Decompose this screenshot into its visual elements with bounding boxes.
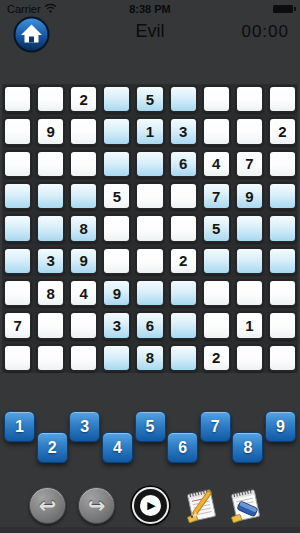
- cell-r5c7[interactable]: 5: [202, 214, 231, 242]
- cell-r2c1[interactable]: [3, 117, 32, 145]
- numkey-2[interactable]: 2: [37, 432, 68, 463]
- cell-r7c4[interactable]: 9: [102, 279, 131, 307]
- cell-r5c8[interactable]: [235, 214, 264, 242]
- cell-r5c6[interactable]: [169, 214, 198, 242]
- cell-r2c3[interactable]: [69, 117, 98, 145]
- cell-r2c6[interactable]: 3: [169, 117, 198, 145]
- numkey-4[interactable]: 4: [102, 432, 133, 463]
- cell-r1c6[interactable]: [169, 85, 198, 113]
- erase-notes-button[interactable]: [225, 485, 266, 529]
- play-pause-button[interactable]: ▶: [132, 487, 169, 524]
- cell-r1c7[interactable]: [202, 85, 231, 113]
- cell-r8c7[interactable]: [202, 311, 231, 339]
- status-time: 8:38 PM: [0, 3, 300, 15]
- cell-r8c6[interactable]: [169, 311, 198, 339]
- sudoku-board: 25913264757985392849736182: [2, 84, 298, 373]
- cell-r1c8[interactable]: [235, 85, 264, 113]
- sudoku-app: Carrier 8:38 PM: [0, 0, 300, 533]
- cell-r4c8[interactable]: 9: [235, 182, 264, 210]
- number-pad: 123456789: [4, 411, 296, 466]
- cell-r7c5[interactable]: [135, 279, 164, 307]
- cell-r7c9[interactable]: [268, 279, 297, 307]
- pencil-notepad-icon: [181, 485, 222, 526]
- cell-r2c5[interactable]: 1: [135, 117, 164, 145]
- cell-r6c7[interactable]: [202, 247, 231, 275]
- cell-r5c1[interactable]: [3, 214, 32, 242]
- cell-r9c3[interactable]: [69, 344, 98, 372]
- cell-r3c4[interactable]: [102, 150, 131, 178]
- cell-r8c1[interactable]: 7: [3, 311, 32, 339]
- cell-r5c4[interactable]: [102, 214, 131, 242]
- numkey-5[interactable]: 5: [135, 411, 166, 442]
- cell-r7c7[interactable]: [202, 279, 231, 307]
- cell-r3c7[interactable]: 4: [202, 150, 231, 178]
- cell-r3c6[interactable]: 6: [169, 150, 198, 178]
- cell-r9c2[interactable]: [36, 344, 65, 372]
- cell-r9c4[interactable]: [102, 344, 131, 372]
- cell-r3c2[interactable]: [36, 150, 65, 178]
- cell-r4c7[interactable]: 7: [202, 182, 231, 210]
- cell-r9c6[interactable]: [169, 344, 198, 372]
- cell-r8c8[interactable]: 1: [235, 311, 264, 339]
- numkey-7[interactable]: 7: [200, 411, 231, 442]
- cell-r9c9[interactable]: [268, 344, 297, 372]
- cell-r5c2[interactable]: [36, 214, 65, 242]
- numkey-3[interactable]: 3: [69, 411, 100, 442]
- cell-r8c5[interactable]: 6: [135, 311, 164, 339]
- battery-icon: [273, 5, 293, 13]
- cell-r2c4[interactable]: [102, 117, 131, 145]
- cell-r5c5[interactable]: [135, 214, 164, 242]
- undo-button[interactable]: ↩: [29, 487, 66, 524]
- cell-r2c9[interactable]: 2: [268, 117, 297, 145]
- cell-r6c2[interactable]: 3: [36, 247, 65, 275]
- cell-r6c6[interactable]: 2: [169, 247, 198, 275]
- cell-r4c3[interactable]: [69, 182, 98, 210]
- cell-r7c2[interactable]: 8: [36, 279, 65, 307]
- cell-r3c5[interactable]: [135, 150, 164, 178]
- redo-icon: ↪: [88, 494, 106, 518]
- eraser-notepad-icon: [225, 485, 266, 526]
- cell-r3c9[interactable]: [268, 150, 297, 178]
- cell-r5c3[interactable]: 8: [69, 214, 98, 242]
- cell-r2c2[interactable]: 9: [36, 117, 65, 145]
- cell-r9c1[interactable]: [3, 344, 32, 372]
- pencil-notes-button[interactable]: [181, 485, 222, 529]
- cell-r4c6[interactable]: [169, 182, 198, 210]
- cell-r8c2[interactable]: [36, 311, 65, 339]
- cell-r9c8[interactable]: [235, 344, 264, 372]
- numkey-9[interactable]: 9: [265, 411, 296, 442]
- cell-r1c4[interactable]: [102, 85, 131, 113]
- cell-r6c9[interactable]: [268, 247, 297, 275]
- cell-r8c4[interactable]: 3: [102, 311, 131, 339]
- cell-r6c1[interactable]: [3, 247, 32, 275]
- cell-r6c8[interactable]: [235, 247, 264, 275]
- cell-r9c7[interactable]: 2: [202, 344, 231, 372]
- cell-r4c2[interactable]: [36, 182, 65, 210]
- cell-r9c5[interactable]: 8: [135, 344, 164, 372]
- cell-r8c9[interactable]: [268, 311, 297, 339]
- cell-r2c8[interactable]: [235, 117, 264, 145]
- cell-r8c3[interactable]: [69, 311, 98, 339]
- cell-r3c8[interactable]: 7: [235, 150, 264, 178]
- cell-r4c5[interactable]: [135, 182, 164, 210]
- cell-r4c1[interactable]: [3, 182, 32, 210]
- cell-r1c1[interactable]: [3, 85, 32, 113]
- cell-r5c9[interactable]: [268, 214, 297, 242]
- cell-r3c3[interactable]: [69, 150, 98, 178]
- undo-icon: ↩: [39, 494, 57, 518]
- bottom-strip: [0, 527, 300, 533]
- game-timer: 00:00: [241, 22, 289, 42]
- cell-r7c6[interactable]: [169, 279, 198, 307]
- redo-button[interactable]: ↪: [78, 487, 115, 524]
- cell-r6c3[interactable]: 9: [69, 247, 98, 275]
- cell-r3c1[interactable]: [3, 150, 32, 178]
- play-icon: ▶: [140, 495, 161, 516]
- cell-r7c8[interactable]: [235, 279, 264, 307]
- cell-r7c3[interactable]: 4: [69, 279, 98, 307]
- cell-r4c9[interactable]: [268, 182, 297, 210]
- cell-r1c5[interactable]: 5: [135, 85, 164, 113]
- numkey-6[interactable]: 6: [167, 432, 198, 463]
- numkey-8[interactable]: 8: [232, 432, 263, 463]
- toolbar: ↩ ↪ ▶: [0, 485, 300, 527]
- cell-r4c4[interactable]: 5: [102, 182, 131, 210]
- cell-r1c2[interactable]: [36, 85, 65, 113]
- cell-r6c4[interactable]: [102, 247, 131, 275]
- cell-r2c7[interactable]: [202, 117, 231, 145]
- cell-r1c3[interactable]: 2: [69, 85, 98, 113]
- numkey-1[interactable]: 1: [4, 411, 35, 442]
- cell-r6c5[interactable]: [135, 247, 164, 275]
- cell-r7c1[interactable]: [3, 279, 32, 307]
- cell-r1c9[interactable]: [268, 85, 297, 113]
